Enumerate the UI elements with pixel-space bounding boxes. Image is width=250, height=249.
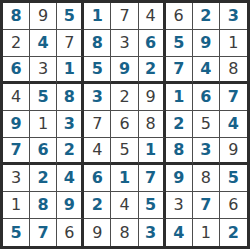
cell-r1c7[interactable]: 6 [166, 3, 193, 30]
cell-r3c5[interactable]: 9 [111, 57, 138, 84]
cell-r7c3[interactable]: 4 [57, 165, 84, 192]
cell-r5c8[interactable]: 5 [193, 111, 220, 138]
cell-r7c2[interactable]: 2 [30, 165, 57, 192]
cell-r7c4[interactable]: 6 [84, 165, 111, 192]
cell-r3c9[interactable]: 8 [220, 57, 247, 84]
cell-r7c8[interactable]: 8 [193, 165, 220, 192]
cell-r8c3[interactable]: 9 [57, 192, 84, 219]
cell-r2c9[interactable]: 1 [220, 30, 247, 57]
cell-r6c5[interactable]: 5 [111, 138, 138, 165]
cell-r5c4[interactable]: 7 [84, 111, 111, 138]
cell-r7c5[interactable]: 1 [111, 165, 138, 192]
cell-r9c9[interactable]: 2 [220, 219, 247, 246]
cell-r6c3[interactable]: 2 [57, 138, 84, 165]
cell-r9c4[interactable]: 9 [84, 219, 111, 246]
cell-r2c4[interactable]: 8 [84, 30, 111, 57]
cell-r1c5[interactable]: 7 [111, 3, 138, 30]
cell-r7c7[interactable]: 9 [166, 165, 193, 192]
cell-r3c3[interactable]: 1 [57, 57, 84, 84]
cell-r5c7[interactable]: 2 [166, 111, 193, 138]
cell-r3c7[interactable]: 7 [166, 57, 193, 84]
cell-r6c8[interactable]: 3 [193, 138, 220, 165]
cell-r2c3[interactable]: 7 [57, 30, 84, 57]
cell-r6c4[interactable]: 4 [84, 138, 111, 165]
cell-r9c6[interactable]: 3 [139, 219, 166, 246]
cell-r6c1[interactable]: 7 [3, 138, 30, 165]
cell-r8c9[interactable]: 6 [220, 192, 247, 219]
cell-r5c5[interactable]: 6 [111, 111, 138, 138]
cell-r9c2[interactable]: 7 [30, 219, 57, 246]
cell-r8c2[interactable]: 8 [30, 192, 57, 219]
cell-r3c1[interactable]: 6 [3, 57, 30, 84]
cell-r8c7[interactable]: 3 [166, 192, 193, 219]
cell-r7c9[interactable]: 5 [220, 165, 247, 192]
cell-r9c3[interactable]: 6 [57, 219, 84, 246]
cell-r5c1[interactable]: 9 [3, 111, 30, 138]
cell-r8c6[interactable]: 5 [139, 192, 166, 219]
cell-r5c2[interactable]: 1 [30, 111, 57, 138]
cell-r1c9[interactable]: 3 [220, 3, 247, 30]
cell-r4c5[interactable]: 2 [111, 84, 138, 111]
cell-r4c6[interactable]: 9 [139, 84, 166, 111]
cell-r2c7[interactable]: 5 [166, 30, 193, 57]
cell-r2c5[interactable]: 3 [111, 30, 138, 57]
sudoku-board: 8951746232478365916315927484583291679137… [0, 0, 250, 249]
cell-r4c8[interactable]: 6 [193, 84, 220, 111]
cell-r3c2[interactable]: 3 [30, 57, 57, 84]
cell-r1c6[interactable]: 4 [139, 3, 166, 30]
cell-r4c9[interactable]: 7 [220, 84, 247, 111]
cell-r2c1[interactable]: 2 [3, 30, 30, 57]
cell-r6c9[interactable]: 9 [220, 138, 247, 165]
cell-r1c8[interactable]: 2 [193, 3, 220, 30]
cell-r6c7[interactable]: 8 [166, 138, 193, 165]
cell-r3c6[interactable]: 2 [139, 57, 166, 84]
cell-r7c1[interactable]: 3 [3, 165, 30, 192]
cell-r1c3[interactable]: 5 [57, 3, 84, 30]
cell-r4c2[interactable]: 5 [30, 84, 57, 111]
cell-r4c3[interactable]: 8 [57, 84, 84, 111]
cell-r2c6[interactable]: 6 [139, 30, 166, 57]
cell-r2c2[interactable]: 4 [30, 30, 57, 57]
cell-r3c4[interactable]: 5 [84, 57, 111, 84]
cell-r9c8[interactable]: 1 [193, 219, 220, 246]
cell-r8c4[interactable]: 2 [84, 192, 111, 219]
cell-r8c5[interactable]: 4 [111, 192, 138, 219]
cell-r9c5[interactable]: 8 [111, 219, 138, 246]
cell-r1c4[interactable]: 1 [84, 3, 111, 30]
cell-r6c2[interactable]: 6 [30, 138, 57, 165]
cell-r5c9[interactable]: 4 [220, 111, 247, 138]
cell-r3c8[interactable]: 4 [193, 57, 220, 84]
cell-r9c1[interactable]: 5 [3, 219, 30, 246]
cell-r4c7[interactable]: 1 [166, 84, 193, 111]
cell-r1c2[interactable]: 9 [30, 3, 57, 30]
cell-r8c1[interactable]: 1 [3, 192, 30, 219]
cell-r2c8[interactable]: 9 [193, 30, 220, 57]
cell-r4c4[interactable]: 3 [84, 84, 111, 111]
cell-r6c6[interactable]: 1 [139, 138, 166, 165]
cell-r7c6[interactable]: 7 [139, 165, 166, 192]
cell-r1c1[interactable]: 8 [3, 3, 30, 30]
cell-r4c1[interactable]: 4 [3, 84, 30, 111]
cell-r9c7[interactable]: 4 [166, 219, 193, 246]
cell-r5c3[interactable]: 3 [57, 111, 84, 138]
cell-r5c6[interactable]: 8 [139, 111, 166, 138]
cell-r8c8[interactable]: 7 [193, 192, 220, 219]
